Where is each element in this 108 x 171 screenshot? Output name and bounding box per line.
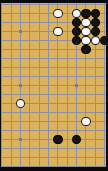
board-point[interactable] <box>16 36 25 45</box>
board-point[interactable] <box>25 144 34 153</box>
black-stone <box>91 9 100 18</box>
white-stone <box>53 9 62 18</box>
board-point[interactable] <box>16 117 25 126</box>
board-point[interactable] <box>25 162 34 167</box>
board-point[interactable] <box>35 117 44 126</box>
board-point[interactable] <box>100 126 106 135</box>
board-point[interactable] <box>100 27 106 36</box>
board-point[interactable] <box>100 108 106 117</box>
star-point <box>75 84 78 87</box>
board-point[interactable] <box>44 135 53 144</box>
board-point[interactable] <box>91 117 100 126</box>
board-point[interactable] <box>53 81 62 90</box>
board-point[interactable] <box>63 63 72 72</box>
board-point[interactable] <box>81 117 90 126</box>
board-point[interactable] <box>16 144 25 153</box>
board-point[interactable] <box>7 108 16 117</box>
board-point[interactable] <box>72 117 81 126</box>
board-point[interactable] <box>63 144 72 153</box>
board-point[interactable] <box>35 18 44 27</box>
board-point[interactable] <box>16 99 25 108</box>
screenshot-root: { "game": "go", "app": { "description": … <box>0 0 108 171</box>
star-point <box>19 138 22 141</box>
board-point[interactable] <box>91 108 100 117</box>
board-point[interactable] <box>81 9 90 18</box>
board-point[interactable] <box>81 144 90 153</box>
board-point[interactable] <box>100 135 106 144</box>
board-point[interactable] <box>25 72 34 81</box>
board-point[interactable] <box>35 162 44 167</box>
board-point[interactable] <box>35 45 44 54</box>
board-point[interactable] <box>25 18 34 27</box>
board-point[interactable] <box>53 144 62 153</box>
board-point[interactable] <box>81 81 90 90</box>
black-stone <box>72 135 81 144</box>
board-point[interactable] <box>72 81 81 90</box>
board-point[interactable] <box>7 153 16 162</box>
board-point[interactable] <box>100 63 106 72</box>
board-point[interactable] <box>81 108 90 117</box>
board-point[interactable] <box>63 135 72 144</box>
board-point[interactable] <box>72 18 81 27</box>
board-point[interactable] <box>91 45 100 54</box>
board-point[interactable] <box>53 45 62 54</box>
board-point[interactable] <box>7 162 16 167</box>
board-point[interactable] <box>72 99 81 108</box>
board-point[interactable] <box>7 45 16 54</box>
white-stone <box>91 36 100 45</box>
board-point[interactable] <box>25 9 34 18</box>
board-point[interactable] <box>35 108 44 117</box>
board-point[interactable] <box>16 90 25 99</box>
board-point[interactable] <box>81 36 90 45</box>
board-point[interactable] <box>7 99 16 108</box>
board-point[interactable] <box>16 153 25 162</box>
board-point[interactable] <box>25 153 34 162</box>
board-point[interactable] <box>91 72 100 81</box>
board-point[interactable] <box>25 27 34 36</box>
board-point[interactable] <box>53 36 62 45</box>
board-point[interactable] <box>53 162 62 167</box>
board-point[interactable] <box>72 36 81 45</box>
board-point[interactable] <box>72 72 81 81</box>
board-point[interactable] <box>35 54 44 63</box>
board-point[interactable] <box>72 162 81 167</box>
board-point[interactable] <box>81 135 90 144</box>
board-point[interactable] <box>35 135 44 144</box>
board-point[interactable] <box>25 90 34 99</box>
board-point[interactable] <box>81 72 90 81</box>
board-point[interactable] <box>44 18 53 27</box>
board-point[interactable] <box>91 36 100 45</box>
board-point[interactable] <box>16 126 25 135</box>
board-point[interactable] <box>63 99 72 108</box>
board-point[interactable] <box>81 90 90 99</box>
board-point[interactable] <box>44 108 53 117</box>
board-point[interactable] <box>16 81 25 90</box>
board-point[interactable] <box>91 27 100 36</box>
white-stone <box>81 36 90 45</box>
board-point[interactable] <box>63 27 72 36</box>
board-point[interactable] <box>100 117 106 126</box>
board-point[interactable] <box>7 72 16 81</box>
board-point[interactable] <box>63 18 72 27</box>
board-point[interactable] <box>44 9 53 18</box>
board-point[interactable] <box>100 18 106 27</box>
white-stone <box>72 9 81 18</box>
board-point[interactable] <box>25 108 34 117</box>
board-point[interactable] <box>100 162 106 167</box>
board-point[interactable] <box>7 18 16 27</box>
board-point[interactable] <box>63 9 72 18</box>
board-point[interactable] <box>44 45 53 54</box>
board-point[interactable] <box>16 45 25 54</box>
board-point[interactable] <box>44 153 53 162</box>
board-point[interactable] <box>44 54 53 63</box>
board-point[interactable] <box>16 108 25 117</box>
board-point[interactable] <box>16 72 25 81</box>
board-point[interactable] <box>63 153 72 162</box>
board-grid <box>1 3 106 167</box>
board-point[interactable] <box>25 117 34 126</box>
board-point[interactable] <box>7 135 16 144</box>
board-point[interactable] <box>44 126 53 135</box>
board-point[interactable] <box>16 63 25 72</box>
board-point[interactable] <box>53 117 62 126</box>
board-point[interactable] <box>35 126 44 135</box>
board-point[interactable] <box>53 18 62 27</box>
board-point[interactable] <box>16 27 25 36</box>
board-point[interactable] <box>91 153 100 162</box>
black-stone <box>53 135 62 144</box>
board-point[interactable] <box>91 63 100 72</box>
board-point[interactable] <box>16 135 25 144</box>
board-point[interactable] <box>72 153 81 162</box>
board-point[interactable] <box>81 63 90 72</box>
board-point[interactable] <box>53 108 62 117</box>
board-point[interactable] <box>25 54 34 63</box>
board-point[interactable] <box>53 135 62 144</box>
board-point[interactable] <box>91 54 100 63</box>
board-point[interactable] <box>63 126 72 135</box>
board-point[interactable] <box>25 135 34 144</box>
board-point[interactable] <box>25 126 34 135</box>
board-point[interactable] <box>44 117 53 126</box>
board-point[interactable] <box>91 162 100 167</box>
board-point[interactable] <box>72 126 81 135</box>
board-point[interactable] <box>91 81 100 90</box>
board-point[interactable] <box>16 162 25 167</box>
board-point[interactable] <box>91 99 100 108</box>
board-point[interactable] <box>91 90 100 99</box>
board-point[interactable] <box>81 126 90 135</box>
board-point[interactable] <box>53 90 62 99</box>
board-point[interactable] <box>7 27 16 36</box>
board-point[interactable] <box>53 72 62 81</box>
board-point[interactable] <box>7 81 16 90</box>
board-point[interactable] <box>81 18 90 27</box>
board-point[interactable] <box>35 90 44 99</box>
board-point[interactable] <box>44 81 53 90</box>
board-point[interactable] <box>44 63 53 72</box>
black-stone <box>100 36 106 45</box>
board-point[interactable] <box>81 27 90 36</box>
board-point[interactable] <box>100 90 106 99</box>
board-point[interactable] <box>72 54 81 63</box>
go-board[interactable] <box>1 3 106 167</box>
board-point[interactable] <box>7 54 16 63</box>
board-point[interactable] <box>91 135 100 144</box>
board-point[interactable] <box>35 153 44 162</box>
board-point[interactable] <box>100 72 106 81</box>
board-point[interactable] <box>91 9 100 18</box>
board-point[interactable] <box>81 54 90 63</box>
board-point[interactable] <box>72 108 81 117</box>
star-point <box>19 84 22 87</box>
board-point[interactable] <box>44 36 53 45</box>
board-point[interactable] <box>100 54 106 63</box>
board-point[interactable] <box>44 27 53 36</box>
board-point[interactable] <box>44 99 53 108</box>
white-stone <box>81 27 90 36</box>
board-point[interactable] <box>35 81 44 90</box>
board-point[interactable] <box>63 72 72 81</box>
board-point[interactable] <box>53 54 62 63</box>
board-point[interactable] <box>72 27 81 36</box>
board-point[interactable] <box>81 45 90 54</box>
black-stone <box>72 27 81 36</box>
board-point[interactable] <box>81 99 90 108</box>
board-point[interactable] <box>25 45 34 54</box>
board-point[interactable] <box>63 81 72 90</box>
board-point[interactable] <box>81 153 90 162</box>
board-point[interactable] <box>91 18 100 27</box>
board-point[interactable] <box>7 90 16 99</box>
board-point[interactable] <box>16 9 25 18</box>
board-point[interactable] <box>72 9 81 18</box>
board-point[interactable] <box>100 45 106 54</box>
board-point[interactable] <box>100 99 106 108</box>
board-point[interactable] <box>63 90 72 99</box>
board-point[interactable] <box>25 99 34 108</box>
board-point[interactable] <box>35 99 44 108</box>
board-point[interactable] <box>35 72 44 81</box>
board-point[interactable] <box>53 153 62 162</box>
board-point[interactable] <box>72 144 81 153</box>
board-point[interactable] <box>7 63 16 72</box>
board-point[interactable] <box>7 36 16 45</box>
board-point[interactable] <box>25 81 34 90</box>
black-stone <box>72 18 81 27</box>
board-point[interactable] <box>35 144 44 153</box>
board-point[interactable] <box>44 72 53 81</box>
board-point[interactable] <box>25 63 34 72</box>
board-point[interactable] <box>16 18 25 27</box>
board-point[interactable] <box>63 162 72 167</box>
black-stone <box>91 27 100 36</box>
white-stone <box>81 18 90 27</box>
board-point[interactable] <box>63 54 72 63</box>
board-point[interactable] <box>35 63 44 72</box>
board-point[interactable] <box>63 36 72 45</box>
star-point <box>19 30 22 33</box>
board-point[interactable] <box>100 153 106 162</box>
board-point[interactable] <box>53 63 62 72</box>
board-point[interactable] <box>100 36 106 45</box>
board-point[interactable] <box>44 144 53 153</box>
board-point[interactable] <box>53 99 62 108</box>
board-point[interactable] <box>63 108 72 117</box>
board-point[interactable] <box>63 117 72 126</box>
white-stone <box>81 117 90 126</box>
board-point[interactable] <box>7 144 16 153</box>
black-stone <box>72 36 81 45</box>
board-point[interactable] <box>7 126 16 135</box>
board-point[interactable] <box>53 126 62 135</box>
board-point[interactable] <box>53 27 62 36</box>
board-point[interactable] <box>81 162 90 167</box>
board-point[interactable] <box>91 144 100 153</box>
board-point[interactable] <box>100 81 106 90</box>
board-point[interactable] <box>35 27 44 36</box>
board-point[interactable] <box>7 117 16 126</box>
board-point[interactable] <box>72 45 81 54</box>
board-point[interactable] <box>72 63 81 72</box>
black-stone <box>91 18 100 27</box>
white-stone <box>53 27 62 36</box>
black-stone <box>81 45 90 54</box>
black-stone <box>81 9 90 18</box>
board-point[interactable] <box>16 54 25 63</box>
board-point[interactable] <box>72 90 81 99</box>
board-point[interactable] <box>35 36 44 45</box>
board-point[interactable] <box>100 9 106 18</box>
board-point[interactable] <box>7 9 16 18</box>
board-point[interactable] <box>53 9 62 18</box>
board-point[interactable] <box>91 126 100 135</box>
board-point[interactable] <box>63 45 72 54</box>
board-point[interactable] <box>44 162 53 167</box>
board-point[interactable] <box>44 90 53 99</box>
board-point[interactable] <box>35 9 44 18</box>
board-point[interactable] <box>25 36 34 45</box>
board-point[interactable] <box>72 135 81 144</box>
board-point[interactable] <box>100 144 106 153</box>
white-stone <box>16 99 25 108</box>
